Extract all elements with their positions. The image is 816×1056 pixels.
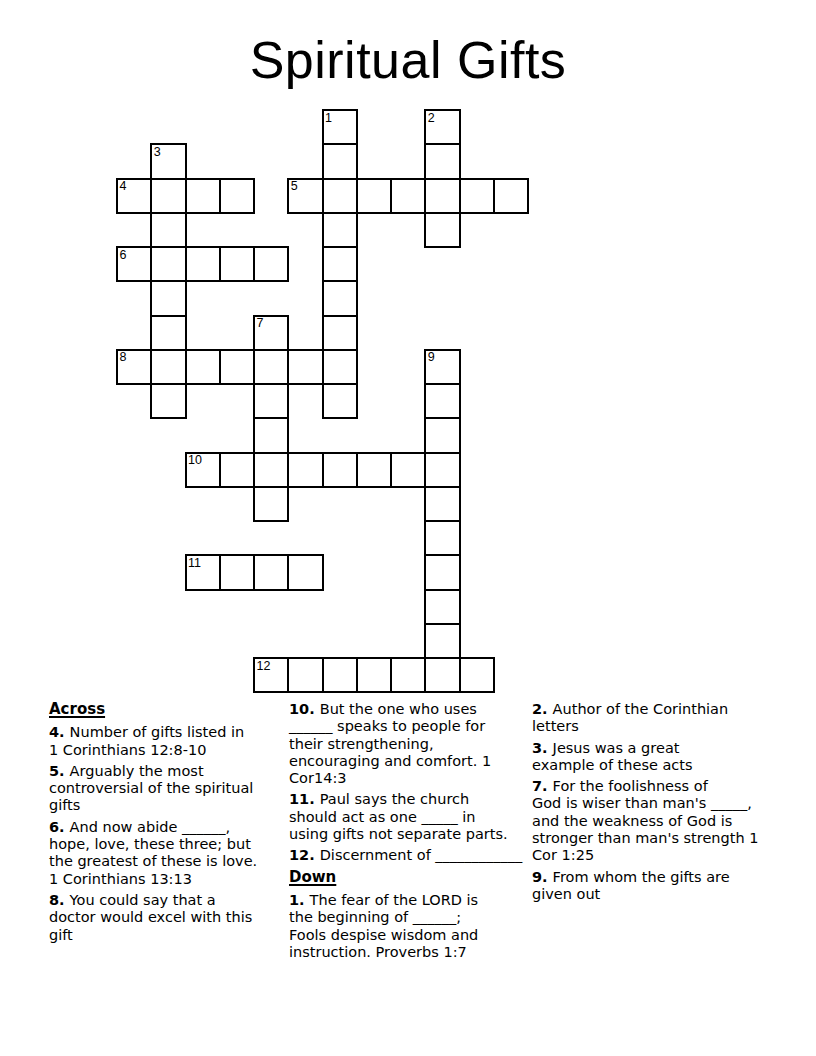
grid-cell-c5r13[interactable]	[287, 554, 323, 590]
cell-number-4: 4	[120, 180, 127, 193]
clue-text: For the foolishness of God is wiser than…	[532, 778, 758, 863]
clue-text: But the one who uses ______ speaks to pe…	[289, 701, 491, 786]
clue-9: 9.From whom the gifts are given out	[532, 869, 772, 904]
clue-text: Number of gifts listed in 1 Corinthians …	[49, 724, 244, 757]
grid-cell-c1r7[interactable]	[150, 349, 186, 385]
puzzle-page: Spiritual Gifts 123456789101112 Across4.…	[0, 0, 816, 1056]
clue-10: 10.But the one who uses ______ speaks to…	[289, 701, 523, 787]
clue-number: 5.	[49, 763, 65, 779]
grid-cell-c6r3[interactable]	[322, 212, 358, 248]
grid-cell-c6r10[interactable]	[322, 452, 358, 488]
clue-2: 2.Author of the Corinthian letters	[532, 701, 772, 736]
grid-cell-c4r7[interactable]	[253, 349, 289, 385]
grid-cell-c9r15[interactable]	[424, 623, 460, 659]
grid-cell-c9r3[interactable]	[424, 212, 460, 248]
clue-12: 12.Discernment of ____________	[289, 847, 523, 864]
grid-cell-c6r1[interactable]	[322, 143, 358, 179]
clue-1: 1.The fear of the LORD is the beginning …	[289, 892, 523, 961]
grid-cell-c9r8[interactable]	[424, 383, 460, 419]
cell-number-9: 9	[428, 351, 435, 364]
grid-cell-c7r2[interactable]	[356, 178, 392, 214]
clue-8: 8.You could say that a doctor would exce…	[49, 892, 279, 944]
clue-text: Jesus was a great example of these acts	[532, 740, 693, 773]
clue-number: 1.	[289, 892, 305, 908]
grid-cell-c4r11[interactable]	[253, 486, 289, 522]
grid-cell-c8r10[interactable]	[390, 452, 426, 488]
grid-cell-c9r12[interactable]	[424, 520, 460, 556]
grid-cell-c5r10[interactable]	[287, 452, 323, 488]
cell-number-2: 2	[428, 112, 435, 125]
clue-6: 6.And now abide ______, hope, love, thes…	[49, 819, 279, 888]
cell-number-6: 6	[120, 249, 127, 262]
grid-cell-c5r16[interactable]	[287, 657, 323, 693]
across-heading: Across	[49, 701, 279, 718]
puzzle-title: Spiritual Gifts	[0, 30, 816, 90]
clue-number: 7.	[532, 778, 548, 794]
grid-cell-c4r13[interactable]	[253, 554, 289, 590]
grid-cell-c6r6[interactable]	[322, 315, 358, 351]
cell-number-8: 8	[120, 351, 127, 364]
grid-cell-c1r2[interactable]	[150, 178, 186, 214]
clue-number: 3.	[532, 740, 548, 756]
grid-cell-c3r13[interactable]	[219, 554, 255, 590]
grid-cell-c1r5[interactable]	[150, 280, 186, 316]
clue-text: The fear of the LORD is the beginning of…	[289, 892, 478, 960]
grid-cell-c10r2[interactable]	[459, 178, 495, 214]
grid-cell-c6r8[interactable]	[322, 383, 358, 419]
clue-5: 5.Arguably the most controversial of the…	[49, 763, 279, 815]
grid-cell-c8r16[interactable]	[390, 657, 426, 693]
clue-11: 11.Paul says the church should act as on…	[289, 791, 523, 843]
clue-text: And now abide ______, hope, love, these …	[49, 819, 257, 887]
grid-cell-c2r2[interactable]	[185, 178, 221, 214]
clue-number: 4.	[49, 724, 65, 740]
grid-cell-c3r10[interactable]	[219, 452, 255, 488]
clue-7: 7.For the foolishness of God is wiser th…	[532, 778, 772, 864]
down-heading: Down	[289, 869, 523, 886]
grid-cell-c9r13[interactable]	[424, 554, 460, 590]
clue-column-left: Across4.Number of gifts listed in 1 Cori…	[49, 701, 279, 948]
clue-number: 8.	[49, 892, 65, 908]
cell-number-12: 12	[257, 660, 271, 673]
grid-cell-c5r7[interactable]	[287, 349, 323, 385]
clue-4: 4.Number of gifts listed in 1 Corinthian…	[49, 724, 279, 759]
grid-cell-c1r4[interactable]	[150, 246, 186, 282]
clue-number: 12.	[289, 847, 315, 863]
clue-number: 6.	[49, 819, 65, 835]
grid-cell-c6r7[interactable]	[322, 349, 358, 385]
grid-cell-c3r7[interactable]	[219, 349, 255, 385]
clue-text: From whom the gifts are given out	[532, 869, 730, 902]
clue-text: You could say that a doctor would excel …	[49, 892, 252, 943]
grid-cell-c1r8[interactable]	[150, 383, 186, 419]
clue-number: 11.	[289, 791, 315, 807]
grid-cell-c3r2[interactable]	[219, 178, 255, 214]
grid-cell-c4r8[interactable]	[253, 383, 289, 419]
grid-cell-c9r2[interactable]	[424, 178, 460, 214]
grid-cell-c4r9[interactable]	[253, 417, 289, 453]
grid-cell-c7r16[interactable]	[356, 657, 392, 693]
grid-cell-c8r2[interactable]	[390, 178, 426, 214]
clue-column-middle: 10.But the one who uses ______ speaks to…	[289, 701, 523, 965]
grid-cell-c2r7[interactable]	[185, 349, 221, 385]
cell-number-1: 1	[325, 112, 332, 125]
clue-text: Author of the Corinthian letters	[532, 701, 728, 734]
grid-cell-c6r2[interactable]	[322, 178, 358, 214]
grid-cell-c2r4[interactable]	[185, 246, 221, 282]
clue-column-right: 2.Author of the Corinthian letters3.Jesu…	[532, 701, 772, 907]
grid-cell-c6r16[interactable]	[322, 657, 358, 693]
cell-number-7: 7	[257, 317, 264, 330]
grid-cell-c3r4[interactable]	[219, 246, 255, 282]
grid-cell-c6r5[interactable]	[322, 280, 358, 316]
grid-cell-c9r9[interactable]	[424, 417, 460, 453]
grid-cell-c9r14[interactable]	[424, 589, 460, 625]
grid-cell-c10r16[interactable]	[459, 657, 495, 693]
grid-cell-c9r16[interactable]	[424, 657, 460, 693]
grid-cell-c6r4[interactable]	[322, 246, 358, 282]
cell-number-3: 3	[154, 146, 161, 159]
grid-cell-c11r2[interactable]	[493, 178, 529, 214]
clue-number: 9.	[532, 869, 548, 885]
clue-text: Paul says the church should act as one _…	[289, 791, 508, 842]
clue-text: Arguably the most controversial of the s…	[49, 763, 253, 814]
grid-cell-c4r10[interactable]	[253, 452, 289, 488]
grid-cell-c7r10[interactable]	[356, 452, 392, 488]
cell-number-11: 11	[188, 557, 201, 570]
clue-3: 3.Jesus was a great example of these act…	[532, 740, 772, 775]
grid-cell-c4r4[interactable]	[253, 246, 289, 282]
clue-number: 10.	[289, 701, 315, 717]
grid-cell-c1r6[interactable]	[150, 315, 186, 351]
grid-cell-c1r3[interactable]	[150, 212, 186, 248]
grid-cell-c9r11[interactable]	[424, 486, 460, 522]
grid-cell-c9r1[interactable]	[424, 143, 460, 179]
grid-cell-c9r10[interactable]	[424, 452, 460, 488]
clue-text: Discernment of ____________	[320, 847, 523, 863]
cell-number-10: 10	[188, 454, 202, 467]
clue-number: 2.	[532, 701, 548, 717]
cell-number-5: 5	[291, 180, 298, 193]
